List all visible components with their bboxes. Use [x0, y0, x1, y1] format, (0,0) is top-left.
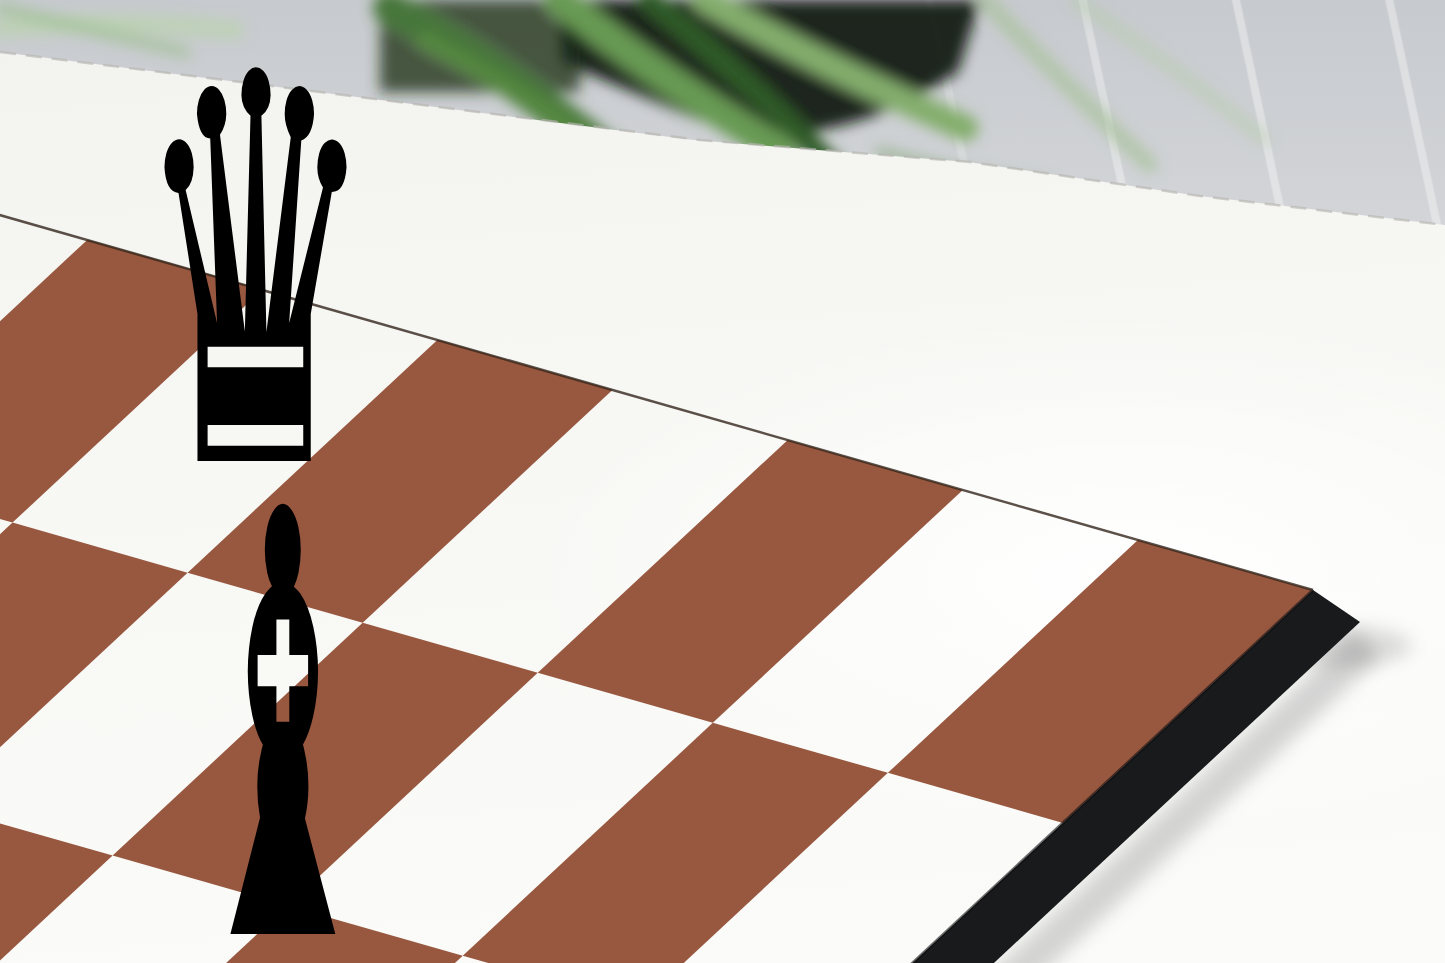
- chess-set-photo: ♛♝♛♟♟♜♟♞♟♚: [0, 0, 1445, 963]
